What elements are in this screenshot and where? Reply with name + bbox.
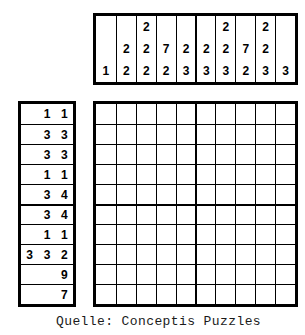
cell-r6c9[interactable] xyxy=(255,204,275,224)
col-clue-7: 223 xyxy=(215,16,235,82)
cell-r9c8[interactable] xyxy=(235,264,255,284)
cell-r2c3[interactable] xyxy=(136,124,156,144)
clue-number: 7 xyxy=(242,38,249,60)
clue-number: 2 xyxy=(123,38,130,60)
cell-r1c6[interactable] xyxy=(195,104,215,124)
clue-number: 2 xyxy=(262,38,269,60)
cell-r7c1[interactable] xyxy=(96,224,116,244)
row-clue-9: 9 xyxy=(21,264,73,284)
cell-r7c3[interactable] xyxy=(136,224,156,244)
cell-r1c7[interactable] xyxy=(215,104,235,124)
row-clue-6: 34 xyxy=(21,204,73,224)
cell-r6c2[interactable] xyxy=(116,204,136,224)
cell-r10c4[interactable] xyxy=(156,284,176,304)
clue-number: 1 xyxy=(56,228,73,242)
clue-number: 2 xyxy=(143,38,150,60)
cell-r5c5[interactable] xyxy=(176,184,196,204)
cell-r2c10[interactable] xyxy=(275,124,295,144)
clue-number: 3 xyxy=(56,128,73,142)
cell-r3c5[interactable] xyxy=(176,144,196,164)
cell-r3c8[interactable] xyxy=(235,144,255,164)
cell-r10c3[interactable] xyxy=(136,284,156,304)
cell-r9c6[interactable] xyxy=(195,264,215,284)
col-clue-6: 23 xyxy=(195,16,215,82)
cell-r4c4[interactable] xyxy=(156,164,176,184)
clue-number: 7 xyxy=(163,38,170,60)
row-clue-5: 34 xyxy=(21,184,73,204)
cell-r6c3[interactable] xyxy=(136,204,156,224)
row-clue-8: 332 xyxy=(21,244,73,264)
cell-r4c8[interactable] xyxy=(235,164,255,184)
column-clues-box: 122222722323223722233 xyxy=(93,13,298,85)
cell-r10c8[interactable] xyxy=(235,284,255,304)
row-clue-2: 33 xyxy=(21,124,73,144)
cell-r5c4[interactable] xyxy=(156,184,176,204)
cell-r7c8[interactable] xyxy=(235,224,255,244)
clue-number: 1 xyxy=(103,60,110,82)
clue-number: 2 xyxy=(143,16,150,38)
col-clue-4: 72 xyxy=(156,16,176,82)
clue-number: 2 xyxy=(223,16,230,38)
cell-r8c2[interactable] xyxy=(116,244,136,264)
row-clue-1: 11 xyxy=(21,104,73,124)
cell-r9c1[interactable] xyxy=(96,264,116,284)
cell-r2c6[interactable] xyxy=(195,124,215,144)
cell-r10c1[interactable] xyxy=(96,284,116,304)
cell-r3c7[interactable] xyxy=(215,144,235,164)
cell-r5c7[interactable] xyxy=(215,184,235,204)
cell-r8c7[interactable] xyxy=(215,244,235,264)
cell-r9c10[interactable] xyxy=(275,264,295,284)
cell-r8c6[interactable] xyxy=(195,244,215,264)
clue-number: 3 xyxy=(21,248,38,262)
clue-number: 4 xyxy=(56,208,73,222)
puzzle-grid[interactable] xyxy=(93,101,298,307)
cell-r3c6[interactable] xyxy=(195,144,215,164)
cell-r6c10[interactable] xyxy=(275,204,295,224)
clue-number: 2 xyxy=(203,38,210,60)
cell-r4c6[interactable] xyxy=(195,164,215,184)
row-clue-3: 33 xyxy=(21,144,73,164)
cell-r10c9[interactable] xyxy=(255,284,275,304)
cell-r6c6[interactable] xyxy=(195,204,215,224)
cell-r5c2[interactable] xyxy=(116,184,136,204)
clue-number: 3 xyxy=(203,60,210,82)
clue-number: 3 xyxy=(56,148,73,162)
clue-number: 1 xyxy=(56,168,73,182)
cell-r1c2[interactable] xyxy=(116,104,136,124)
clue-number: 3 xyxy=(183,60,190,82)
cell-r7c9[interactable] xyxy=(255,224,275,244)
cell-r2c5[interactable] xyxy=(176,124,196,144)
cell-r1c4[interactable] xyxy=(156,104,176,124)
cell-r8c9[interactable] xyxy=(255,244,275,264)
cell-r4c3[interactable] xyxy=(136,164,156,184)
clue-number: 2 xyxy=(123,60,130,82)
cell-r8c1[interactable] xyxy=(96,244,116,264)
row-clue-7: 11 xyxy=(21,224,73,244)
cell-r9c3[interactable] xyxy=(136,264,156,284)
cell-r8c5[interactable] xyxy=(176,244,196,264)
cell-r2c2[interactable] xyxy=(116,124,136,144)
col-clue-9: 223 xyxy=(255,16,275,82)
cell-r5c3[interactable] xyxy=(136,184,156,204)
clue-number: 2 xyxy=(183,38,190,60)
cell-r9c7[interactable] xyxy=(215,264,235,284)
cell-r4c5[interactable] xyxy=(176,164,196,184)
cell-r5c10[interactable] xyxy=(275,184,295,204)
cell-r2c4[interactable] xyxy=(156,124,176,144)
clue-number: 3 xyxy=(38,248,55,262)
cell-r1c10[interactable] xyxy=(275,104,295,124)
cell-r10c5[interactable] xyxy=(176,284,196,304)
cell-r1c3[interactable] xyxy=(136,104,156,124)
cell-r4c9[interactable] xyxy=(255,164,275,184)
cell-r9c4[interactable] xyxy=(156,264,176,284)
cell-r5c9[interactable] xyxy=(255,184,275,204)
cell-r6c4[interactable] xyxy=(156,204,176,224)
clue-number: 3 xyxy=(38,208,55,222)
cell-r6c1[interactable] xyxy=(96,204,116,224)
clue-number: 2 xyxy=(242,60,249,82)
clue-number: 1 xyxy=(38,228,55,242)
col-clue-10: 3 xyxy=(275,16,295,82)
cell-r10c7[interactable] xyxy=(215,284,235,304)
cell-r1c9[interactable] xyxy=(255,104,275,124)
cell-r5c8[interactable] xyxy=(235,184,255,204)
cell-r4c10[interactable] xyxy=(275,164,295,184)
cell-r3c2[interactable] xyxy=(116,144,136,164)
cell-r3c1[interactable] xyxy=(96,144,116,164)
cell-r10c10[interactable] xyxy=(275,284,295,304)
row-clue-10: 7 xyxy=(21,284,73,304)
cell-r9c2[interactable] xyxy=(116,264,136,284)
clue-number: 2 xyxy=(56,248,73,262)
cell-r5c1[interactable] xyxy=(96,184,116,204)
col-clue-8: 72 xyxy=(235,16,255,82)
clue-number: 3 xyxy=(282,60,289,82)
cell-r5c6[interactable] xyxy=(195,184,215,204)
clue-number: 3 xyxy=(38,148,55,162)
cell-r6c7[interactable] xyxy=(215,204,235,224)
cell-r1c1[interactable] xyxy=(96,104,116,124)
cell-r4c1[interactable] xyxy=(96,164,116,184)
cell-r10c6[interactable] xyxy=(195,284,215,304)
cell-r6c5[interactable] xyxy=(176,204,196,224)
col-clue-1: 1 xyxy=(96,16,116,82)
cell-r8c4[interactable] xyxy=(156,244,176,264)
clue-number: 4 xyxy=(56,188,73,202)
clue-number: 3 xyxy=(38,128,55,142)
clue-number: 1 xyxy=(38,107,55,121)
clue-number: 1 xyxy=(56,107,73,121)
cell-r6c8[interactable] xyxy=(235,204,255,224)
cell-r8c8[interactable] xyxy=(235,244,255,264)
clue-number: 7 xyxy=(56,288,73,302)
clue-number: 2 xyxy=(163,60,170,82)
cell-r2c7[interactable] xyxy=(215,124,235,144)
col-clue-5: 23 xyxy=(176,16,196,82)
cell-r2c1[interactable] xyxy=(96,124,116,144)
cell-r2c9[interactable] xyxy=(255,124,275,144)
cell-r1c8[interactable] xyxy=(235,104,255,124)
cell-r7c6[interactable] xyxy=(195,224,215,244)
cell-r8c10[interactable] xyxy=(275,244,295,264)
clue-number: 1 xyxy=(38,168,55,182)
cell-r2c8[interactable] xyxy=(235,124,255,144)
row-clue-4: 11 xyxy=(21,164,73,184)
clue-number: 3 xyxy=(223,60,230,82)
clue-number: 3 xyxy=(262,60,269,82)
cell-r3c10[interactable] xyxy=(275,144,295,164)
col-clue-3: 222 xyxy=(136,16,156,82)
clue-number: 2 xyxy=(262,16,269,38)
cell-r9c5[interactable] xyxy=(176,264,196,284)
clue-number: 2 xyxy=(223,38,230,60)
cell-r3c9[interactable] xyxy=(255,144,275,164)
cell-r1c5[interactable] xyxy=(176,104,196,124)
col-clue-2: 22 xyxy=(116,16,136,82)
row-clues-box: 1133331134341133297 xyxy=(18,101,76,307)
cell-r7c10[interactable] xyxy=(275,224,295,244)
cell-r4c2[interactable] xyxy=(116,164,136,184)
cell-r10c2[interactable] xyxy=(116,284,136,304)
source-caption: Quelle: Conceptis Puzzles xyxy=(56,314,261,330)
cell-r8c3[interactable] xyxy=(136,244,156,264)
cell-r7c5[interactable] xyxy=(176,224,196,244)
clue-number: 3 xyxy=(38,188,55,202)
cell-r7c7[interactable] xyxy=(215,224,235,244)
cell-r4c7[interactable] xyxy=(215,164,235,184)
cell-r7c2[interactable] xyxy=(116,224,136,244)
cell-r7c4[interactable] xyxy=(156,224,176,244)
cell-r3c4[interactable] xyxy=(156,144,176,164)
cell-r9c9[interactable] xyxy=(255,264,275,284)
clue-number: 9 xyxy=(56,268,73,282)
nonogram-page: 122222722323223722233 113333113434113329… xyxy=(0,0,305,335)
clue-number: 2 xyxy=(143,60,150,82)
cell-r3c3[interactable] xyxy=(136,144,156,164)
